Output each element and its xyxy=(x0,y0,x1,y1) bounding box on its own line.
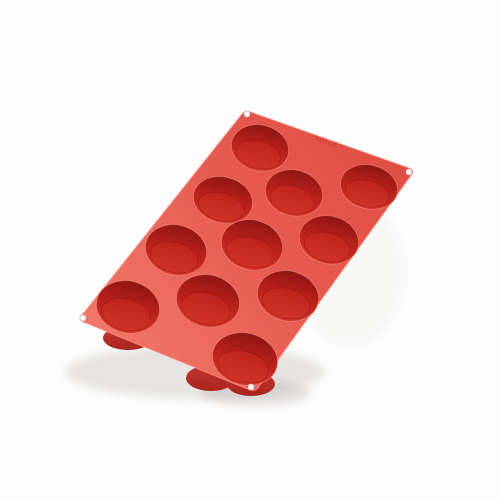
hanging-hole xyxy=(248,384,254,390)
product-photo: Lékué xyxy=(0,0,500,500)
hanging-hole xyxy=(406,169,412,175)
hanging-hole xyxy=(80,315,86,321)
hanging-hole xyxy=(244,111,250,117)
muffin-mold-illustration: Lékué xyxy=(0,0,500,500)
